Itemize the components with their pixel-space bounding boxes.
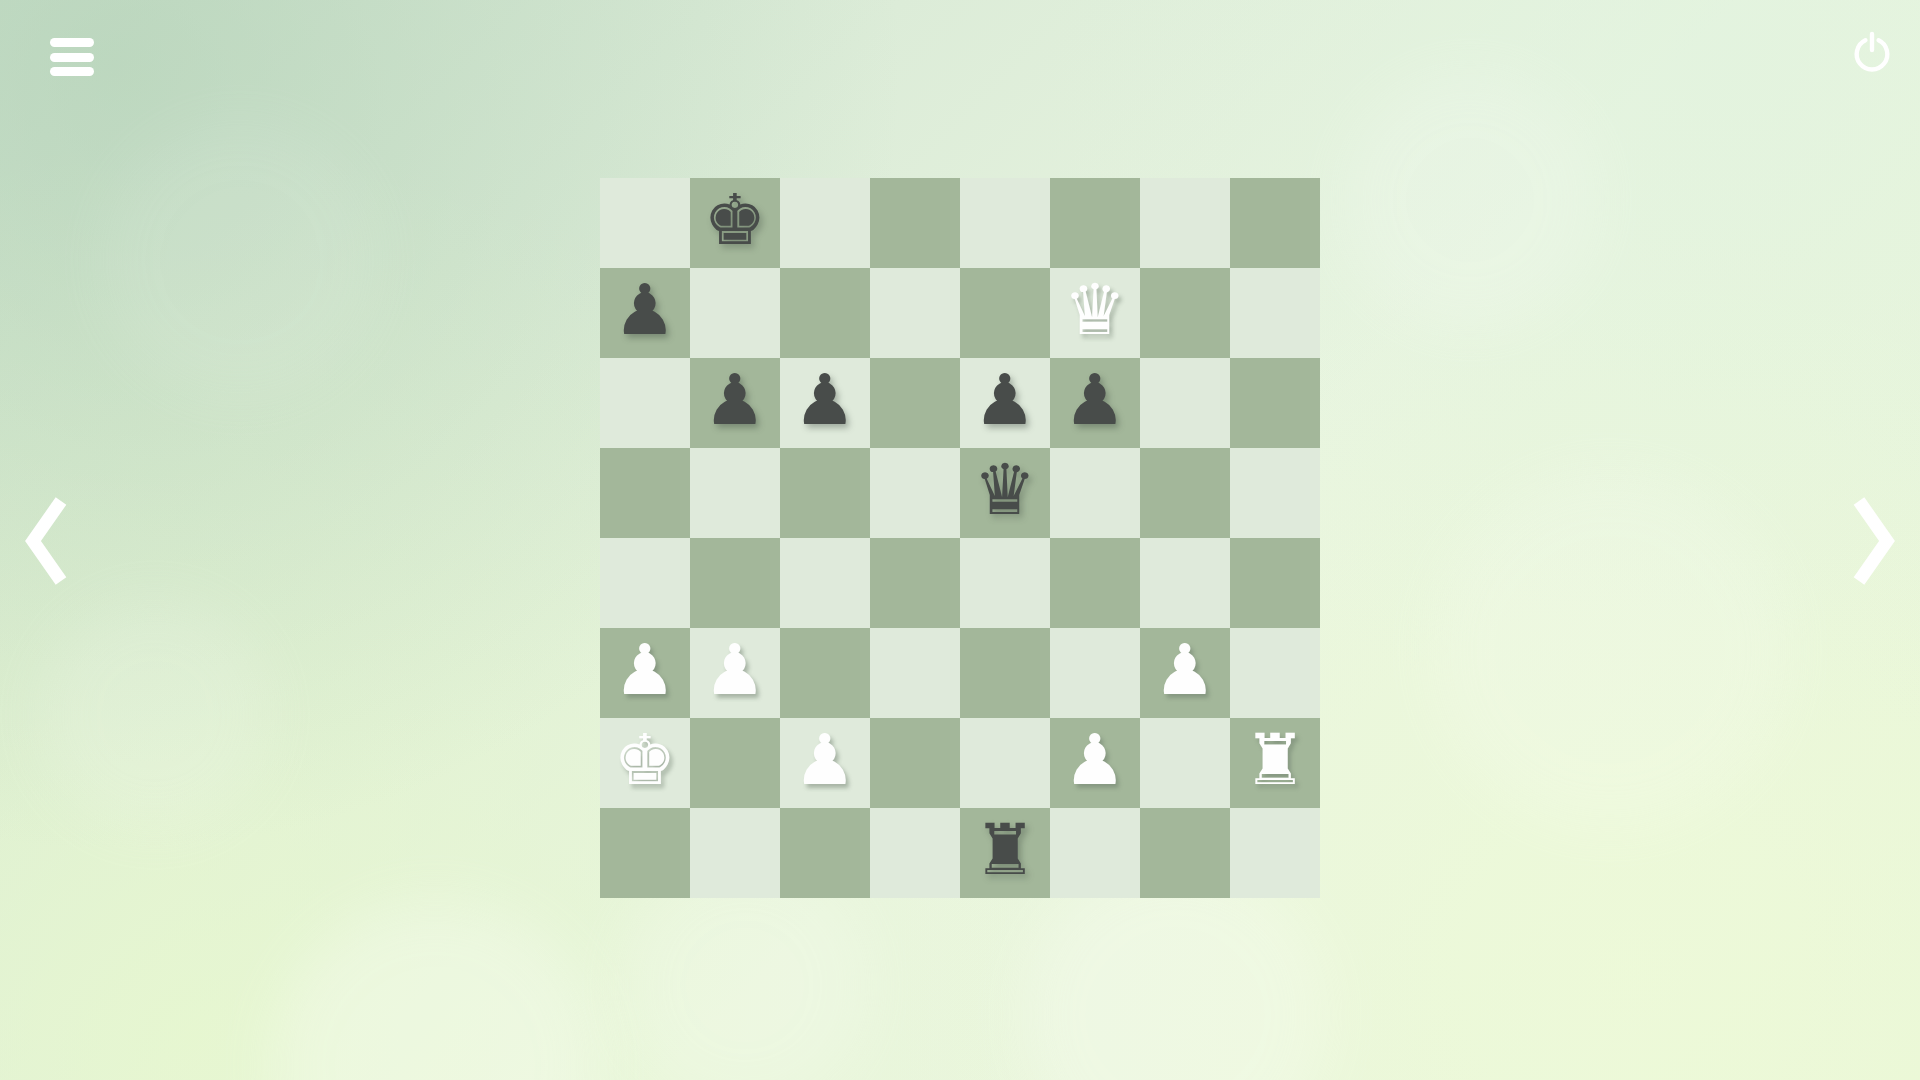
chevron-right-icon	[1848, 496, 1898, 586]
square-g2[interactable]	[1140, 718, 1230, 808]
square-h6[interactable]	[1230, 358, 1320, 448]
prev-puzzle-button[interactable]	[22, 496, 72, 586]
square-d6[interactable]	[870, 358, 960, 448]
square-d8[interactable]	[870, 178, 960, 268]
square-a6[interactable]	[600, 358, 690, 448]
square-h1[interactable]	[1230, 808, 1320, 898]
square-f1[interactable]	[1050, 808, 1140, 898]
square-a8[interactable]	[600, 178, 690, 268]
piece-white-pawn[interactable]: ♟	[614, 625, 677, 715]
square-h4[interactable]	[1230, 538, 1320, 628]
piece-black-pawn[interactable]: ♟	[704, 355, 767, 445]
square-f3[interactable]	[1050, 628, 1140, 718]
square-c3[interactable]	[780, 628, 870, 718]
chess-board[interactable]: ♚♟♛♟♟♟♟♛♟♟♟♚♟♟♜♜	[600, 178, 1320, 898]
square-f2[interactable]: ♟	[1050, 718, 1140, 808]
square-e6[interactable]: ♟	[960, 358, 1050, 448]
square-f6[interactable]: ♟	[1050, 358, 1140, 448]
square-a5[interactable]	[600, 448, 690, 538]
chevron-left-icon	[22, 496, 72, 586]
piece-black-pawn[interactable]: ♟	[1064, 355, 1127, 445]
piece-white-pawn[interactable]: ♟	[704, 625, 767, 715]
piece-black-queen[interactable]: ♛	[974, 445, 1037, 535]
square-c7[interactable]	[780, 268, 870, 358]
exit-button[interactable]	[1849, 29, 1895, 75]
square-b1[interactable]	[690, 808, 780, 898]
square-f4[interactable]	[1050, 538, 1140, 628]
square-b2[interactable]	[690, 718, 780, 808]
square-h2[interactable]: ♜	[1230, 718, 1320, 808]
hamburger-icon	[50, 38, 94, 76]
square-c4[interactable]	[780, 538, 870, 628]
piece-black-king[interactable]: ♚	[704, 175, 767, 265]
square-c2[interactable]: ♟	[780, 718, 870, 808]
power-icon	[1849, 29, 1895, 75]
square-f7[interactable]: ♛	[1050, 268, 1140, 358]
piece-black-rook[interactable]: ♜	[974, 805, 1037, 895]
square-a7[interactable]: ♟	[600, 268, 690, 358]
square-d7[interactable]	[870, 268, 960, 358]
square-e3[interactable]	[960, 628, 1050, 718]
square-a2[interactable]: ♚	[600, 718, 690, 808]
square-g8[interactable]	[1140, 178, 1230, 268]
square-c6[interactable]: ♟	[780, 358, 870, 448]
piece-white-rook[interactable]: ♜	[1244, 715, 1307, 805]
square-g4[interactable]	[1140, 538, 1230, 628]
square-c8[interactable]	[780, 178, 870, 268]
piece-white-pawn[interactable]: ♟	[1154, 625, 1217, 715]
square-g5[interactable]	[1140, 448, 1230, 538]
square-g3[interactable]: ♟	[1140, 628, 1230, 718]
square-a1[interactable]	[600, 808, 690, 898]
square-d2[interactable]	[870, 718, 960, 808]
square-b6[interactable]: ♟	[690, 358, 780, 448]
square-b3[interactable]: ♟	[690, 628, 780, 718]
square-g7[interactable]	[1140, 268, 1230, 358]
square-d5[interactable]	[870, 448, 960, 538]
piece-white-king[interactable]: ♚	[614, 715, 677, 805]
square-f5[interactable]	[1050, 448, 1140, 538]
square-e7[interactable]	[960, 268, 1050, 358]
piece-white-queen[interactable]: ♛	[1064, 265, 1127, 355]
bokeh-circle	[270, 900, 600, 1080]
square-g6[interactable]	[1140, 358, 1230, 448]
bokeh-circle	[40, 600, 270, 830]
menu-button[interactable]	[50, 38, 94, 76]
square-h5[interactable]	[1230, 448, 1320, 538]
next-puzzle-button[interactable]	[1848, 496, 1898, 586]
square-d1[interactable]	[870, 808, 960, 898]
piece-black-pawn[interactable]: ♟	[974, 355, 1037, 445]
square-e5[interactable]: ♛	[960, 448, 1050, 538]
square-c1[interactable]	[780, 808, 870, 898]
square-a3[interactable]: ♟	[600, 628, 690, 718]
piece-white-pawn[interactable]: ♟	[1064, 715, 1127, 805]
square-a4[interactable]	[600, 538, 690, 628]
bokeh-circle	[100, 120, 380, 400]
square-f8[interactable]	[1050, 178, 1140, 268]
square-b8[interactable]: ♚	[690, 178, 780, 268]
square-d3[interactable]	[870, 628, 960, 718]
square-h7[interactable]	[1230, 268, 1320, 358]
square-b5[interactable]	[690, 448, 780, 538]
square-e2[interactable]	[960, 718, 1050, 808]
square-e4[interactable]	[960, 538, 1050, 628]
square-h8[interactable]	[1230, 178, 1320, 268]
bokeh-circle	[1340, 70, 1600, 330]
square-e1[interactable]: ♜	[960, 808, 1050, 898]
square-c5[interactable]	[780, 448, 870, 538]
bokeh-circle	[1430, 470, 1790, 830]
square-e8[interactable]	[960, 178, 1050, 268]
piece-black-pawn[interactable]: ♟	[794, 355, 857, 445]
square-g1[interactable]	[1140, 808, 1230, 898]
piece-white-pawn[interactable]: ♟	[794, 715, 857, 805]
square-b4[interactable]	[690, 538, 780, 628]
square-b7[interactable]	[690, 268, 780, 358]
piece-black-pawn[interactable]: ♟	[614, 265, 677, 355]
square-h3[interactable]	[1230, 628, 1320, 718]
square-d4[interactable]	[870, 538, 960, 628]
